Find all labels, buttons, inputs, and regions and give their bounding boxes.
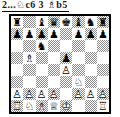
square-g2: ♟♙	[85, 88, 97, 100]
white-king-icon: ♚♔	[60, 100, 72, 112]
square-b5: ♝♗	[23, 52, 35, 64]
square-g8: ♞	[85, 16, 97, 28]
square-c6: ♞	[36, 40, 48, 52]
black-pawn-icon: ♟	[23, 28, 35, 40]
white-knight-icon: ♞♘	[72, 76, 84, 88]
square-f7: ♟	[72, 28, 84, 40]
white-pawn-icon: ♟♙	[97, 88, 109, 100]
square-c2: ♟♙	[36, 88, 48, 100]
square-f4	[72, 64, 84, 76]
white-rook-icon: ♜♖	[11, 100, 23, 112]
white-pawn-icon: ♟♙	[85, 88, 97, 100]
black-king-icon: ♚	[60, 16, 72, 28]
square-d4	[48, 64, 60, 76]
square-d3	[48, 76, 60, 88]
square-g7: ♟	[85, 28, 97, 40]
square-h2: ♟♙	[97, 88, 109, 100]
square-a1: ♜♖	[11, 100, 23, 112]
black-pawn-icon: ♟	[36, 28, 48, 40]
square-e7	[60, 28, 72, 40]
square-f1	[72, 100, 84, 112]
square-h1: ♜♖	[97, 100, 109, 112]
square-d8: ♛	[48, 16, 60, 28]
square-e2	[60, 88, 72, 100]
square-c1: ♝♗	[36, 100, 48, 112]
square-c3	[36, 76, 48, 88]
white-pawn-icon: ♟♙	[23, 88, 35, 100]
square-d7: ♟	[48, 28, 60, 40]
square-b8	[23, 16, 35, 28]
square-b7: ♟	[23, 28, 35, 40]
square-f8: ♝	[72, 16, 84, 28]
black-pawn-icon: ♟	[85, 28, 97, 40]
square-b4	[23, 64, 35, 76]
square-b6	[23, 40, 35, 52]
square-c5	[36, 52, 48, 64]
square-c8: ♝	[36, 16, 48, 28]
square-d5	[48, 52, 60, 64]
square-a7: ♟	[11, 28, 23, 40]
square-a2: ♟♙	[11, 88, 23, 100]
black-rook-icon: ♜	[97, 16, 109, 28]
square-b2: ♟♙	[23, 88, 35, 100]
square-d6	[48, 40, 60, 52]
white-pawn-icon: ♟♙	[36, 88, 48, 100]
square-d2: ♟♙	[48, 88, 60, 100]
square-e1: ♚♔	[60, 100, 72, 112]
square-g5	[85, 52, 97, 64]
black-pawn-icon: ♟	[97, 28, 109, 40]
square-a6	[11, 40, 23, 52]
black-knight-icon: ♞	[85, 16, 97, 28]
chess-board: ♜♝♛♚♝♞♜♟♟♟♟♟♟♟♞♝♗♟♟♙♞♘♟♙♟♙♟♙♟♙♟♙♟♙♟♙♜♖♞♘…	[9, 14, 111, 114]
square-h5	[97, 52, 109, 64]
square-a4	[11, 64, 23, 76]
square-g4	[85, 64, 97, 76]
move-caption: 2...♘c6 3 ♗b5	[2, 0, 69, 12]
square-a8: ♜	[11, 16, 23, 28]
square-b3	[23, 76, 35, 88]
square-f3: ♞♘	[72, 76, 84, 88]
white-pawn-icon: ♟♙	[72, 88, 84, 100]
square-c7: ♟	[36, 28, 48, 40]
square-h4	[97, 64, 109, 76]
square-f5	[72, 52, 84, 64]
square-a3	[11, 76, 23, 88]
square-f6	[72, 40, 84, 52]
square-c4	[36, 64, 48, 76]
square-g1	[85, 100, 97, 112]
white-pawn-icon: ♟♙	[60, 64, 72, 76]
black-pawn-icon: ♟	[11, 28, 23, 40]
square-g6	[85, 40, 97, 52]
square-h6	[97, 40, 109, 52]
square-e5: ♟	[60, 52, 72, 64]
black-queen-icon: ♛	[48, 16, 60, 28]
square-h3	[97, 76, 109, 88]
square-g3	[85, 76, 97, 88]
black-bishop-icon: ♝	[72, 16, 84, 28]
white-knight-icon: ♞♘	[23, 100, 35, 112]
square-e4: ♟♙	[60, 64, 72, 76]
square-d1: ♛♕	[48, 100, 60, 112]
square-e8: ♚	[60, 16, 72, 28]
square-h7: ♟	[97, 28, 109, 40]
black-rook-icon: ♜	[11, 16, 23, 28]
square-b1: ♞♘	[23, 100, 35, 112]
white-queen-icon: ♛♕	[48, 100, 60, 112]
black-pawn-icon: ♟	[48, 28, 60, 40]
black-pawn-icon: ♟	[72, 28, 84, 40]
white-rook-icon: ♜♖	[97, 100, 109, 112]
black-pawn-icon: ♟	[60, 52, 72, 64]
white-bishop-icon: ♝♗	[36, 100, 48, 112]
white-bishop-icon: ♝♗	[23, 52, 35, 64]
chess-diagram: 2...♘c6 3 ♗b5 ♜♝♛♚♝♞♜♟♟♟♟♟♟♟♞♝♗♟♟♙♞♘♟♙♟♙…	[0, 0, 120, 117]
square-e6	[60, 40, 72, 52]
square-e3	[60, 76, 72, 88]
white-pawn-icon: ♟♙	[48, 88, 60, 100]
white-pawn-icon: ♟♙	[11, 88, 23, 100]
black-knight-icon: ♞	[36, 40, 48, 52]
square-h8: ♜	[97, 16, 109, 28]
black-bishop-icon: ♝	[36, 16, 48, 28]
square-a5	[11, 52, 23, 64]
square-f2: ♟♙	[72, 88, 84, 100]
